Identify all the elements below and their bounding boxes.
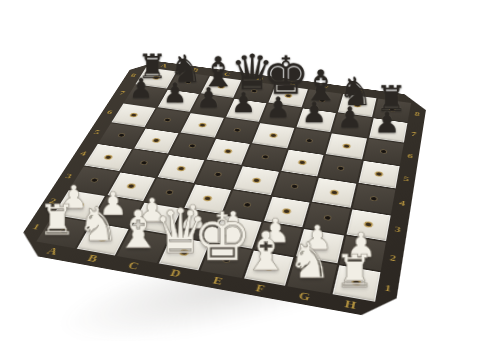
rank-label-left-5: 5 [93, 128, 102, 135]
piece-white-rook-h1[interactable]: ♜ [316, 248, 392, 293]
file-label-bottom-b: B [85, 252, 100, 265]
rank-label-left-4: 4 [79, 149, 89, 157]
square-g5[interactable] [319, 155, 361, 182]
file-label-bottom-f: F [254, 282, 266, 296]
photo-background: ABCDEFGH ABCDEFGH 87654321 87654321 ♜♞♝♛… [0, 0, 480, 341]
file-label-bottom-g: G [297, 290, 311, 305]
file-label-bottom-h: H [343, 298, 357, 313]
chessboard: ABCDEFGH ABCDEFGH 87654321 87654321 ♜♞♝♛… [11, 59, 428, 321]
piece-black-pawn-h7[interactable]: ♟ [356, 108, 418, 137]
rank-label-left-6: 6 [106, 108, 115, 115]
board-grid: ♜♞♝♛♚♝♞♜♟♟♟♟♟♟♟♟♟♟♟♟♟♟♟♟♜♞♝♛♚♝♞♜ [36, 67, 411, 302]
file-label-bottom-a: A [44, 245, 60, 258]
rank-label-right-5: 5 [403, 174, 410, 182]
file-label-bottom-d: D [168, 267, 183, 281]
file-label-bottom-e: E [211, 274, 225, 288]
square-f4[interactable] [272, 172, 316, 201]
square-h4[interactable] [352, 184, 395, 214]
rank-label-right-6: 6 [407, 152, 414, 160]
rank-label-right-4: 4 [399, 199, 406, 208]
file-label-bottom-c: C [126, 259, 141, 272]
